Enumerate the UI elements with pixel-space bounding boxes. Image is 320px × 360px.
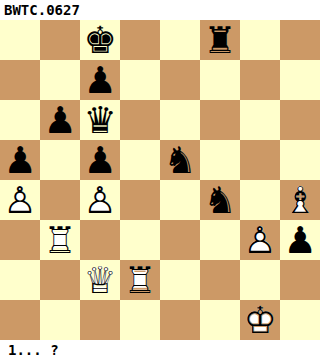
square-h3[interactable]: ♟ — [280, 220, 320, 260]
square-e1[interactable] — [160, 300, 200, 340]
move-prompt: 1... ? — [0, 340, 320, 360]
piece-white-P-c4: ♟♙ — [80, 180, 120, 220]
square-g4[interactable] — [240, 180, 280, 220]
square-b3[interactable]: ♜♖ — [40, 220, 80, 260]
square-h6[interactable] — [280, 100, 320, 140]
square-f7[interactable] — [200, 60, 240, 100]
square-b6[interactable]: ♟ — [40, 100, 80, 140]
square-g5[interactable] — [240, 140, 280, 180]
square-g8[interactable] — [240, 20, 280, 60]
chess-board: ♚♜♟♟♛♟♟♞♟♙♟♙♞♝♗♜♖♟♙♟♛♕♜♖♚♔ — [0, 20, 320, 340]
square-f5[interactable] — [200, 140, 240, 180]
white-piece-outline: ♙ — [0, 180, 40, 220]
square-e5[interactable]: ♞ — [160, 140, 200, 180]
square-d5[interactable] — [120, 140, 160, 180]
square-g6[interactable] — [240, 100, 280, 140]
square-a5[interactable]: ♟ — [0, 140, 40, 180]
square-h4[interactable]: ♝♗ — [280, 180, 320, 220]
square-a6[interactable] — [0, 100, 40, 140]
piece-black-Q-c6: ♛ — [80, 100, 120, 140]
piece-white-P-g3: ♟♙ — [240, 220, 280, 260]
square-a1[interactable] — [0, 300, 40, 340]
square-h7[interactable] — [280, 60, 320, 100]
square-e7[interactable] — [160, 60, 200, 100]
piece-white-R-d2: ♜♖ — [120, 260, 160, 300]
square-d6[interactable] — [120, 100, 160, 140]
square-c5[interactable]: ♟ — [80, 140, 120, 180]
square-a2[interactable] — [0, 260, 40, 300]
square-f1[interactable] — [200, 300, 240, 340]
square-d1[interactable] — [120, 300, 160, 340]
square-c7[interactable]: ♟ — [80, 60, 120, 100]
piece-black-N-e5: ♞ — [160, 140, 200, 180]
piece-black-P-c7: ♟ — [80, 60, 120, 100]
white-piece-outline: ♗ — [280, 180, 320, 220]
square-e6[interactable] — [160, 100, 200, 140]
square-c8[interactable]: ♚ — [80, 20, 120, 60]
square-f4[interactable]: ♞ — [200, 180, 240, 220]
piece-black-R-f8: ♜ — [200, 20, 240, 60]
square-d4[interactable] — [120, 180, 160, 220]
piece-white-R-b3: ♜♖ — [40, 220, 80, 260]
square-e4[interactable] — [160, 180, 200, 220]
square-c1[interactable] — [80, 300, 120, 340]
white-piece-outline: ♙ — [240, 220, 280, 260]
square-d2[interactable]: ♜♖ — [120, 260, 160, 300]
square-b4[interactable] — [40, 180, 80, 220]
square-b7[interactable] — [40, 60, 80, 100]
square-d7[interactable] — [120, 60, 160, 100]
white-piece-outline: ♕ — [80, 260, 120, 300]
square-b1[interactable] — [40, 300, 80, 340]
square-a4[interactable]: ♟♙ — [0, 180, 40, 220]
white-piece-outline: ♔ — [240, 300, 280, 340]
square-f2[interactable] — [200, 260, 240, 300]
square-f3[interactable] — [200, 220, 240, 260]
square-f6[interactable] — [200, 100, 240, 140]
piece-white-Q-c2: ♛♕ — [80, 260, 120, 300]
square-b2[interactable] — [40, 260, 80, 300]
white-piece-outline: ♖ — [40, 220, 80, 260]
square-c6[interactable]: ♛ — [80, 100, 120, 140]
square-c3[interactable] — [80, 220, 120, 260]
square-a7[interactable] — [0, 60, 40, 100]
square-b5[interactable] — [40, 140, 80, 180]
square-d8[interactable] — [120, 20, 160, 60]
piece-black-K-c8: ♚ — [80, 20, 120, 60]
square-e3[interactable] — [160, 220, 200, 260]
square-b8[interactable] — [40, 20, 80, 60]
square-e2[interactable] — [160, 260, 200, 300]
white-piece-outline: ♖ — [120, 260, 160, 300]
square-d3[interactable] — [120, 220, 160, 260]
piece-white-K-g1: ♚♔ — [240, 300, 280, 340]
square-g1[interactable]: ♚♔ — [240, 300, 280, 340]
square-c2[interactable]: ♛♕ — [80, 260, 120, 300]
square-h1[interactable] — [280, 300, 320, 340]
diagram-title: BWTC.0627 — [0, 0, 320, 20]
square-e8[interactable] — [160, 20, 200, 60]
square-h8[interactable] — [280, 20, 320, 60]
square-a8[interactable] — [0, 20, 40, 60]
square-c4[interactable]: ♟♙ — [80, 180, 120, 220]
piece-white-P-a4: ♟♙ — [0, 180, 40, 220]
square-h5[interactable] — [280, 140, 320, 180]
piece-black-N-f4: ♞ — [200, 180, 240, 220]
square-h2[interactable] — [280, 260, 320, 300]
square-g3[interactable]: ♟♙ — [240, 220, 280, 260]
piece-black-P-h3: ♟ — [280, 220, 320, 260]
square-g7[interactable] — [240, 60, 280, 100]
square-a3[interactable] — [0, 220, 40, 260]
piece-white-B-h4: ♝♗ — [280, 180, 320, 220]
piece-black-P-c5: ♟ — [80, 140, 120, 180]
square-g2[interactable] — [240, 260, 280, 300]
piece-black-P-a5: ♟ — [0, 140, 40, 180]
white-piece-outline: ♙ — [80, 180, 120, 220]
piece-black-P-b6: ♟ — [40, 100, 80, 140]
square-f8[interactable]: ♜ — [200, 20, 240, 60]
